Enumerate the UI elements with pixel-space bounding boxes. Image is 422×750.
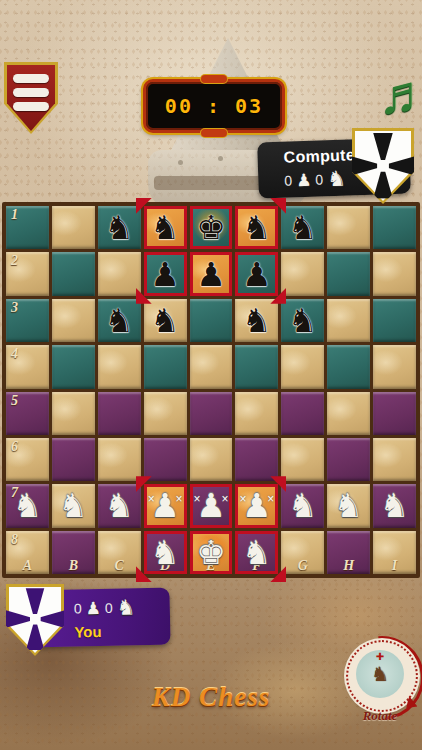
- square-e5[interactable]: [190, 392, 233, 435]
- square-e3[interactable]: [190, 299, 233, 342]
- square-a1[interactable]: 1: [6, 206, 49, 249]
- square-h4[interactable]: [327, 345, 370, 388]
- piece-black-pawn[interactable]: ♟: [196, 258, 226, 291]
- square-h3[interactable]: [327, 299, 370, 342]
- square-f2[interactable]: ♟: [235, 252, 278, 295]
- square-c4[interactable]: [98, 345, 141, 388]
- row-label-8: 8: [11, 532, 18, 548]
- rotate-board-button[interactable]: ✚ ♞ Rotate: [340, 640, 420, 724]
- column-label-c: C: [98, 558, 141, 574]
- square-h5[interactable]: [327, 392, 370, 435]
- square-b6[interactable]: [52, 438, 95, 481]
- square-d1[interactable]: ♞: [144, 206, 187, 249]
- square-g5[interactable]: [281, 392, 324, 435]
- square-f7[interactable]: ♟: [235, 484, 278, 527]
- square-b5[interactable]: [52, 392, 95, 435]
- kd-chess-app: 00 : 03 ♬ Computer 0 ♟ 0 ♞ 1♞♞♚♞♞2♟♟♟3♞♞…: [0, 0, 422, 750]
- column-label-g: G: [281, 558, 324, 574]
- square-h7[interactable]: ♞: [327, 484, 370, 527]
- piece-black-knight[interactable]: ♞: [242, 304, 272, 337]
- piece-white-knight[interactable]: ♞: [380, 489, 410, 522]
- square-i1[interactable]: [373, 206, 416, 249]
- column-label-b: B: [52, 558, 95, 574]
- square-e1[interactable]: ♚: [190, 206, 233, 249]
- piece-white-knight[interactable]: ♞: [150, 536, 180, 569]
- column-label-i: I: [373, 558, 416, 574]
- square-i5[interactable]: [373, 392, 416, 435]
- square-i2[interactable]: [373, 252, 416, 295]
- piece-black-knight[interactable]: ♞: [242, 211, 272, 244]
- you-captured-tray: 0 ♟ 0 ♞: [74, 595, 162, 621]
- computer-captured-pawn-count: 0: [284, 172, 292, 188]
- game-timer: 00 : 03: [143, 79, 285, 133]
- piece-black-knight[interactable]: ♞: [150, 304, 180, 337]
- square-a5[interactable]: 5: [6, 392, 49, 435]
- square-b7[interactable]: ♞: [52, 484, 95, 527]
- square-h6[interactable]: [327, 438, 370, 481]
- piece-black-knight[interactable]: ♞: [104, 304, 134, 337]
- square-d4[interactable]: [144, 345, 187, 388]
- square-g7[interactable]: ♞: [281, 484, 324, 527]
- timer-value: 00 : 03: [165, 94, 263, 118]
- piece-black-knight[interactable]: ♞: [288, 304, 318, 337]
- you-label: You: [74, 622, 162, 641]
- pawn-icon: ♟: [296, 169, 312, 191]
- chess-board: 1♞♞♚♞♞2♟♟♟3♞♞♞♞4567♞♞♞♟♟♟♞♞♞8ABCD♞E♚F♞GH…: [2, 202, 420, 578]
- piece-white-king[interactable]: ♚: [196, 536, 226, 569]
- knight-icon: ♞: [327, 167, 347, 192]
- square-d6[interactable]: [144, 438, 187, 481]
- you-captured-pawn-count: 0: [74, 600, 82, 616]
- square-f4[interactable]: [235, 345, 278, 388]
- square-f1[interactable]: ♞: [235, 206, 278, 249]
- square-a8[interactable]: 8A: [6, 531, 49, 574]
- square-g4[interactable]: [281, 345, 324, 388]
- square-h8[interactable]: H: [327, 531, 370, 574]
- square-g3[interactable]: ♞: [281, 299, 324, 342]
- square-c2[interactable]: [98, 252, 141, 295]
- square-i6[interactable]: [373, 438, 416, 481]
- row-label-2: 2: [11, 253, 18, 269]
- square-g6[interactable]: [281, 438, 324, 481]
- piece-black-pawn[interactable]: ♟: [150, 258, 180, 291]
- piece-white-knight[interactable]: ♞: [13, 489, 43, 522]
- piece-white-knight[interactable]: ♞: [104, 489, 134, 522]
- seal-cross-icon: ✚: [376, 651, 384, 662]
- square-e8[interactable]: E♚: [190, 531, 233, 574]
- row-label-6: 6: [11, 439, 18, 455]
- square-f8[interactable]: F♞: [235, 531, 278, 574]
- square-g2[interactable]: [281, 252, 324, 295]
- square-g1[interactable]: ♞: [281, 206, 324, 249]
- square-f5[interactable]: [235, 392, 278, 435]
- square-e6[interactable]: [190, 438, 233, 481]
- square-a2[interactable]: 2: [6, 252, 49, 295]
- square-c6[interactable]: [98, 438, 141, 481]
- red-crest-shield: [4, 62, 58, 134]
- square-b4[interactable]: [52, 345, 95, 388]
- square-h2[interactable]: [327, 252, 370, 295]
- music-toggle-icon[interactable]: ♬: [378, 54, 420, 134]
- pawn-icon: ♟: [85, 597, 101, 618]
- piece-white-knight[interactable]: ♞: [288, 489, 318, 522]
- row-label-3: 3: [11, 300, 18, 316]
- square-e7[interactable]: ♟: [190, 484, 233, 527]
- piece-white-pawn[interactable]: ♟: [242, 489, 272, 522]
- piece-white-pawn[interactable]: ♟: [196, 489, 226, 522]
- you-captured-knight-count: 0: [105, 600, 113, 616]
- square-f3[interactable]: ♞: [235, 299, 278, 342]
- square-d2[interactable]: ♟: [144, 252, 187, 295]
- piece-white-knight[interactable]: ♞: [59, 489, 89, 522]
- piece-black-knight[interactable]: ♞: [288, 211, 318, 244]
- piece-black-king[interactable]: ♚: [196, 211, 226, 244]
- square-i8[interactable]: I: [373, 531, 416, 574]
- square-i4[interactable]: [373, 345, 416, 388]
- piece-black-knight[interactable]: ♞: [104, 211, 134, 244]
- square-d8[interactable]: D♞: [144, 531, 187, 574]
- square-i3[interactable]: [373, 299, 416, 342]
- knight-icon: ♞: [116, 595, 135, 619]
- square-c7[interactable]: ♞: [98, 484, 141, 527]
- square-a7[interactable]: 7♞: [6, 484, 49, 527]
- square-i7[interactable]: ♞: [373, 484, 416, 527]
- piece-black-pawn[interactable]: ♟: [242, 258, 272, 291]
- computer-captured-knight-count: 0: [315, 171, 323, 187]
- row-label-5: 5: [11, 393, 18, 409]
- square-g8[interactable]: G: [281, 531, 324, 574]
- piece-white-pawn[interactable]: ♟: [150, 489, 180, 522]
- piece-white-knight[interactable]: ♞: [334, 489, 364, 522]
- square-c8[interactable]: C: [98, 531, 141, 574]
- square-h1[interactable]: [327, 206, 370, 249]
- square-b1[interactable]: [52, 206, 95, 249]
- square-b3[interactable]: [52, 299, 95, 342]
- column-label-h: H: [327, 558, 370, 574]
- square-b8[interactable]: B: [52, 531, 95, 574]
- square-e2[interactable]: ♟: [190, 252, 233, 295]
- square-a4[interactable]: 4: [6, 345, 49, 388]
- seal-knight-icon: ♞: [371, 662, 389, 686]
- row-label-1: 1: [11, 207, 18, 223]
- square-a6[interactable]: 6: [6, 438, 49, 481]
- square-e4[interactable]: [190, 345, 233, 388]
- square-d7[interactable]: ♟: [144, 484, 187, 527]
- rotate-label: Rotate: [340, 708, 420, 724]
- square-d5[interactable]: [144, 392, 187, 435]
- square-b2[interactable]: [52, 252, 95, 295]
- square-c3[interactable]: ♞: [98, 299, 141, 342]
- square-f6[interactable]: [235, 438, 278, 481]
- square-d3[interactable]: ♞: [144, 299, 187, 342]
- square-c5[interactable]: [98, 392, 141, 435]
- square-c1[interactable]: ♞: [98, 206, 141, 249]
- column-label-a: A: [6, 558, 49, 574]
- square-a3[interactable]: 3: [6, 299, 49, 342]
- row-label-4: 4: [11, 346, 18, 362]
- piece-white-knight[interactable]: ♞: [242, 536, 272, 569]
- piece-black-knight[interactable]: ♞: [150, 211, 180, 244]
